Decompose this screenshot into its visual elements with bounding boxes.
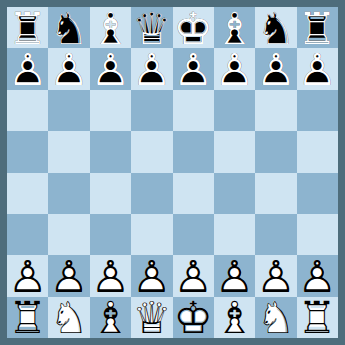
piece-black-pawn: ♟♙	[90, 48, 131, 89]
piece-black-knight: ♞♘	[48, 7, 89, 48]
square-b8[interactable]: ♞♘	[48, 7, 89, 48]
black-queen-outline-glyph: ♕	[131, 8, 172, 49]
black-pawn-fill-glyph: ♟	[214, 49, 255, 90]
piece-black-rook: ♜♖	[7, 7, 48, 48]
square-e3[interactable]	[173, 214, 214, 255]
black-pawn-outline-glyph: ♙	[48, 49, 89, 90]
square-h7[interactable]: ♟♙	[297, 48, 338, 89]
square-b2[interactable]: ♟♙	[48, 255, 89, 296]
black-rook-fill-glyph: ♜	[297, 8, 338, 49]
white-pawn-outline-glyph: ♙	[90, 256, 131, 297]
white-pawn-fill-glyph: ♟	[90, 256, 131, 297]
square-f4[interactable]	[214, 173, 255, 214]
black-king-outline-glyph: ♔	[173, 8, 214, 49]
piece-black-bishop: ♝♗	[90, 7, 131, 48]
piece-white-queen: ♛♕	[131, 297, 172, 338]
black-pawn-fill-glyph: ♟	[7, 49, 48, 90]
square-e6[interactable]	[173, 90, 214, 131]
black-pawn-fill-glyph: ♟	[131, 49, 172, 90]
white-pawn-fill-glyph: ♟	[131, 256, 172, 297]
piece-white-pawn: ♟♙	[48, 255, 89, 296]
square-f7[interactable]: ♟♙	[214, 48, 255, 89]
black-pawn-fill-glyph: ♟	[48, 49, 89, 90]
square-g6[interactable]	[255, 90, 296, 131]
piece-white-bishop: ♝♗	[90, 297, 131, 338]
square-f6[interactable]	[214, 90, 255, 131]
white-pawn-fill-glyph: ♟	[214, 256, 255, 297]
black-rook-fill-glyph: ♜	[7, 8, 48, 49]
square-c6[interactable]	[90, 90, 131, 131]
square-d3[interactable]	[131, 214, 172, 255]
white-rook-outline-glyph: ♖	[297, 298, 338, 339]
piece-white-pawn: ♟♙	[7, 255, 48, 296]
square-d6[interactable]	[131, 90, 172, 131]
square-b7[interactable]: ♟♙	[48, 48, 89, 89]
square-c4[interactable]	[90, 173, 131, 214]
square-a7[interactable]: ♟♙	[7, 48, 48, 89]
black-pawn-fill-glyph: ♟	[255, 49, 296, 90]
black-pawn-fill-glyph: ♟	[297, 49, 338, 90]
black-pawn-fill-glyph: ♟	[173, 49, 214, 90]
square-g5[interactable]	[255, 131, 296, 172]
piece-white-pawn: ♟♙	[90, 255, 131, 296]
piece-black-queen: ♛♕	[131, 7, 172, 48]
white-knight-outline-glyph: ♘	[255, 298, 296, 339]
black-knight-fill-glyph: ♞	[48, 8, 89, 49]
piece-white-rook: ♜♖	[297, 297, 338, 338]
square-e5[interactable]	[173, 131, 214, 172]
black-pawn-outline-glyph: ♙	[214, 49, 255, 90]
white-bishop-fill-glyph: ♝	[90, 298, 131, 339]
white-pawn-fill-glyph: ♟	[48, 256, 89, 297]
square-g8[interactable]: ♞♘	[255, 7, 296, 48]
white-rook-fill-glyph: ♜	[7, 298, 48, 339]
white-king-outline-glyph: ♔	[173, 298, 214, 339]
white-queen-fill-glyph: ♛	[131, 298, 172, 339]
square-g1[interactable]: ♞♘	[255, 297, 296, 338]
white-pawn-outline-glyph: ♙	[48, 256, 89, 297]
square-b5[interactable]	[48, 131, 89, 172]
square-d4[interactable]	[131, 173, 172, 214]
square-d2[interactable]: ♟♙	[131, 255, 172, 296]
white-pawn-fill-glyph: ♟	[297, 256, 338, 297]
piece-black-pawn: ♟♙	[7, 48, 48, 89]
white-pawn-fill-glyph: ♟	[173, 256, 214, 297]
square-h1[interactable]: ♜♖	[297, 297, 338, 338]
white-pawn-outline-glyph: ♙	[255, 256, 296, 297]
square-c1[interactable]: ♝♗	[90, 297, 131, 338]
black-pawn-outline-glyph: ♙	[297, 49, 338, 90]
square-a3[interactable]	[7, 214, 48, 255]
white-rook-outline-glyph: ♖	[7, 298, 48, 339]
square-a2[interactable]: ♟♙	[7, 255, 48, 296]
square-e4[interactable]	[173, 173, 214, 214]
black-bishop-fill-glyph: ♝	[214, 8, 255, 49]
square-f3[interactable]	[214, 214, 255, 255]
square-h4[interactable]	[297, 173, 338, 214]
black-pawn-outline-glyph: ♙	[173, 49, 214, 90]
piece-black-pawn: ♟♙	[173, 48, 214, 89]
white-pawn-outline-glyph: ♙	[131, 256, 172, 297]
black-pawn-outline-glyph: ♙	[131, 49, 172, 90]
square-a8[interactable]: ♜♖	[7, 7, 48, 48]
white-pawn-outline-glyph: ♙	[297, 256, 338, 297]
white-rook-fill-glyph: ♜	[297, 298, 338, 339]
white-bishop-outline-glyph: ♗	[214, 298, 255, 339]
square-h2[interactable]: ♟♙	[297, 255, 338, 296]
white-pawn-outline-glyph: ♙	[7, 256, 48, 297]
piece-white-knight: ♞♘	[255, 297, 296, 338]
square-f1[interactable]: ♝♗	[214, 297, 255, 338]
square-f8[interactable]: ♝♗	[214, 7, 255, 48]
square-h8[interactable]: ♜♖	[297, 7, 338, 48]
white-queen-outline-glyph: ♕	[131, 298, 172, 339]
white-pawn-outline-glyph: ♙	[173, 256, 214, 297]
square-h5[interactable]	[297, 131, 338, 172]
white-knight-fill-glyph: ♞	[255, 298, 296, 339]
piece-white-pawn: ♟♙	[297, 255, 338, 296]
black-king-fill-glyph: ♚	[173, 8, 214, 49]
black-knight-outline-glyph: ♘	[255, 8, 296, 49]
square-c5[interactable]	[90, 131, 131, 172]
piece-white-king: ♚♔	[173, 297, 214, 338]
black-pawn-outline-glyph: ♙	[255, 49, 296, 90]
black-pawn-fill-glyph: ♟	[90, 49, 131, 90]
square-d5[interactable]	[131, 131, 172, 172]
square-b3[interactable]	[48, 214, 89, 255]
piece-black-king: ♚♔	[173, 7, 214, 48]
black-rook-outline-glyph: ♖	[7, 8, 48, 49]
piece-white-knight: ♞♘	[48, 297, 89, 338]
square-g3[interactable]	[255, 214, 296, 255]
square-h6[interactable]	[297, 90, 338, 131]
black-bishop-fill-glyph: ♝	[90, 8, 131, 49]
square-e1[interactable]: ♚♔	[173, 297, 214, 338]
square-d1[interactable]: ♛♕	[131, 297, 172, 338]
piece-white-pawn: ♟♙	[173, 255, 214, 296]
square-d8[interactable]: ♛♕	[131, 7, 172, 48]
piece-white-pawn: ♟♙	[214, 255, 255, 296]
piece-black-pawn: ♟♙	[255, 48, 296, 89]
white-pawn-fill-glyph: ♟	[7, 256, 48, 297]
square-h3[interactable]	[297, 214, 338, 255]
square-d7[interactable]: ♟♙	[131, 48, 172, 89]
piece-black-pawn: ♟♙	[131, 48, 172, 89]
piece-black-pawn: ♟♙	[297, 48, 338, 89]
piece-black-knight: ♞♘	[255, 7, 296, 48]
square-f5[interactable]	[214, 131, 255, 172]
piece-black-rook: ♜♖	[297, 7, 338, 48]
chess-board-frame: ♜♖♞♘♝♗♛♕♚♔♝♗♞♘♜♖♟♙♟♙♟♙♟♙♟♙♟♙♟♙♟♙♟♙♟♙♟♙♟♙…	[0, 0, 345, 345]
square-c7[interactable]: ♟♙	[90, 48, 131, 89]
black-knight-fill-glyph: ♞	[255, 8, 296, 49]
square-c2[interactable]: ♟♙	[90, 255, 131, 296]
piece-white-rook: ♜♖	[7, 297, 48, 338]
black-bishop-outline-glyph: ♗	[214, 8, 255, 49]
square-e7[interactable]: ♟♙	[173, 48, 214, 89]
white-bishop-outline-glyph: ♗	[90, 298, 131, 339]
black-knight-outline-glyph: ♘	[48, 8, 89, 49]
square-c8[interactable]: ♝♗	[90, 7, 131, 48]
square-a4[interactable]	[7, 173, 48, 214]
square-c3[interactable]	[90, 214, 131, 255]
piece-black-pawn: ♟♙	[48, 48, 89, 89]
black-rook-outline-glyph: ♖	[297, 8, 338, 49]
white-bishop-fill-glyph: ♝	[214, 298, 255, 339]
black-pawn-outline-glyph: ♙	[90, 49, 131, 90]
white-king-fill-glyph: ♚	[173, 298, 214, 339]
white-knight-outline-glyph: ♘	[48, 298, 89, 339]
black-queen-fill-glyph: ♛	[131, 8, 172, 49]
square-a6[interactable]	[7, 90, 48, 131]
piece-black-bishop: ♝♗	[214, 7, 255, 48]
square-b6[interactable]	[48, 90, 89, 131]
square-g7[interactable]: ♟♙	[255, 48, 296, 89]
piece-white-pawn: ♟♙	[255, 255, 296, 296]
square-f2[interactable]: ♟♙	[214, 255, 255, 296]
black-pawn-outline-glyph: ♙	[7, 49, 48, 90]
square-e8[interactable]: ♚♔	[173, 7, 214, 48]
square-b1[interactable]: ♞♘	[48, 297, 89, 338]
square-g2[interactable]: ♟♙	[255, 255, 296, 296]
chess-board: ♜♖♞♘♝♗♛♕♚♔♝♗♞♘♜♖♟♙♟♙♟♙♟♙♟♙♟♙♟♙♟♙♟♙♟♙♟♙♟♙…	[7, 7, 338, 338]
white-pawn-outline-glyph: ♙	[214, 256, 255, 297]
piece-white-pawn: ♟♙	[131, 255, 172, 296]
square-g4[interactable]	[255, 173, 296, 214]
white-pawn-fill-glyph: ♟	[255, 256, 296, 297]
black-bishop-outline-glyph: ♗	[90, 8, 131, 49]
square-a5[interactable]	[7, 131, 48, 172]
square-e2[interactable]: ♟♙	[173, 255, 214, 296]
square-a1[interactable]: ♜♖	[7, 297, 48, 338]
square-b4[interactable]	[48, 173, 89, 214]
piece-white-bishop: ♝♗	[214, 297, 255, 338]
white-knight-fill-glyph: ♞	[48, 298, 89, 339]
piece-black-pawn: ♟♙	[214, 48, 255, 89]
